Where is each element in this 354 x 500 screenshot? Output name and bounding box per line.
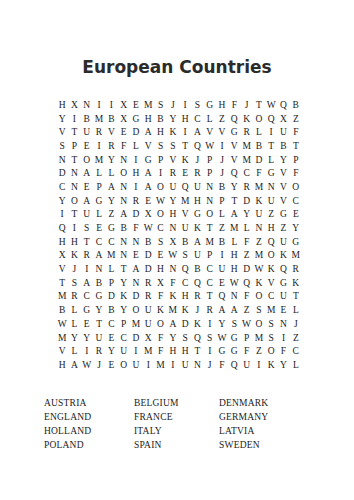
grid-cell[interactable]: E [277, 303, 289, 317]
grid-cell[interactable]: Y [290, 221, 302, 235]
grid-cell[interactable]: B [179, 235, 191, 249]
grid-cell[interactable]: Z [240, 249, 252, 263]
grid-cell[interactable]: Q [216, 290, 228, 304]
grid-cell[interactable]: C [81, 290, 93, 304]
grid-cell[interactable]: U [81, 208, 93, 222]
grid-cell[interactable]: A [216, 303, 228, 317]
grid-cell[interactable]: I [81, 262, 93, 276]
grid-cell[interactable]: Q [228, 166, 240, 180]
grid-cell[interactable]: L [93, 208, 105, 222]
grid-cell[interactable]: I [130, 153, 142, 167]
grid-cell[interactable]: D [253, 153, 265, 167]
grid-cell[interactable]: N [130, 276, 142, 290]
grid-cell[interactable]: A [191, 235, 203, 249]
grid-cell[interactable]: D [130, 331, 142, 345]
grid-cell[interactable]: A [228, 303, 240, 317]
grid-cell[interactable]: N [117, 153, 129, 167]
grid-cell[interactable]: T [204, 221, 216, 235]
grid-cell[interactable]: K [179, 303, 191, 317]
grid-cell[interactable]: K [167, 125, 179, 139]
grid-cell[interactable]: I [167, 358, 179, 372]
grid-cell[interactable]: C [290, 194, 302, 208]
grid-cell[interactable]: G [130, 112, 142, 126]
grid-cell[interactable]: K [154, 303, 166, 317]
grid-cell[interactable]: L [105, 262, 117, 276]
grid-cell[interactable]: U [277, 125, 289, 139]
grid-cell[interactable]: H [68, 235, 80, 249]
grid-cell[interactable]: I [253, 358, 265, 372]
grid-cell[interactable]: U [277, 290, 289, 304]
grid-cell[interactable]: P [216, 194, 228, 208]
grid-cell[interactable]: M [253, 180, 265, 194]
grid-cell[interactable]: M [179, 194, 191, 208]
grid-cell[interactable]: A [167, 317, 179, 331]
grid-cell[interactable]: S [265, 331, 277, 345]
grid-cell[interactable]: V [228, 153, 240, 167]
grid-cell[interactable]: Y [56, 194, 68, 208]
grid-cell[interactable]: B [277, 139, 289, 153]
grid-cell[interactable]: M [240, 139, 252, 153]
grid-cell[interactable]: P [117, 317, 129, 331]
grid-cell[interactable]: T [56, 276, 68, 290]
grid-cell[interactable]: K [240, 112, 252, 126]
grid-cell[interactable]: W [240, 317, 252, 331]
grid-cell[interactable]: G [105, 221, 117, 235]
grid-cell[interactable]: I [142, 358, 154, 372]
grid-cell[interactable]: T [179, 139, 191, 153]
grid-cell[interactable]: C [105, 235, 117, 249]
grid-cell[interactable]: F [154, 290, 166, 304]
grid-cell[interactable]: L [265, 153, 277, 167]
grid-cell[interactable]: W [142, 221, 154, 235]
grid-cell[interactable]: E [179, 166, 191, 180]
grid-cell[interactable]: L [228, 235, 240, 249]
grid-cell[interactable]: A [93, 249, 105, 263]
grid-cell[interactable]: H [167, 208, 179, 222]
grid-cell[interactable]: X [277, 112, 289, 126]
grid-cell[interactable]: O [154, 317, 166, 331]
grid-cell[interactable]: H [56, 98, 68, 112]
grid-cell[interactable]: Y [68, 331, 80, 345]
grid-cell[interactable]: O [253, 290, 265, 304]
grid-cell[interactable]: C [56, 180, 68, 194]
grid-cell[interactable]: R [142, 276, 154, 290]
grid-cell[interactable]: J [68, 262, 80, 276]
grid-cell[interactable]: Z [240, 303, 252, 317]
grid-cell[interactable]: Z [265, 208, 277, 222]
grid-cell[interactable]: I [68, 221, 80, 235]
grid-cell[interactable]: F [290, 166, 302, 180]
grid-cell[interactable]: I [154, 166, 166, 180]
grid-cell[interactable]: A [130, 262, 142, 276]
grid-cell[interactable]: K [290, 276, 302, 290]
grid-cell[interactable]: N [117, 249, 129, 263]
grid-cell[interactable]: D [240, 194, 252, 208]
grid-cell[interactable]: S [228, 317, 240, 331]
grid-cell[interactable]: K [277, 249, 289, 263]
grid-cell[interactable]: R [81, 249, 93, 263]
grid-cell[interactable]: S [68, 276, 80, 290]
grid-cell[interactable]: F [253, 166, 265, 180]
grid-cell[interactable]: D [105, 290, 117, 304]
grid-cell[interactable]: L [240, 221, 252, 235]
grid-cell[interactable]: R [191, 290, 203, 304]
grid-cell[interactable]: S [56, 139, 68, 153]
grid-cell[interactable]: I [216, 139, 228, 153]
grid-cell[interactable]: K [191, 317, 203, 331]
grid-cell[interactable]: R [93, 125, 105, 139]
grid-cell[interactable]: Q [179, 180, 191, 194]
grid-cell[interactable]: D [56, 166, 68, 180]
grid-cell[interactable]: G [204, 98, 216, 112]
grid-cell[interactable]: A [81, 276, 93, 290]
grid-cell[interactable]: E [154, 249, 166, 263]
grid-cell[interactable]: W [154, 194, 166, 208]
grid-cell[interactable]: I [216, 249, 228, 263]
grid-cell[interactable]: X [142, 331, 154, 345]
grid-cell[interactable]: Z [216, 112, 228, 126]
grid-cell[interactable]: U [179, 221, 191, 235]
grid-cell[interactable]: A [228, 208, 240, 222]
grid-cell[interactable]: W [167, 249, 179, 263]
grid-cell[interactable]: J [93, 358, 105, 372]
grid-cell[interactable]: N [81, 98, 93, 112]
grid-cell[interactable]: C [265, 290, 277, 304]
grid-cell[interactable]: Z [290, 331, 302, 345]
grid-cell[interactable]: P [105, 276, 117, 290]
grid-cell[interactable]: B [117, 221, 129, 235]
grid-cell[interactable]: S [154, 235, 166, 249]
grid-cell[interactable]: U [117, 344, 129, 358]
grid-cell[interactable]: H [228, 262, 240, 276]
grid-cell[interactable]: G [277, 276, 289, 290]
grid-cell[interactable]: F [154, 331, 166, 345]
grid-cell[interactable]: O [265, 249, 277, 263]
grid-cell[interactable]: L [290, 358, 302, 372]
grid-cell[interactable]: I [204, 344, 216, 358]
grid-cell[interactable]: Y [117, 303, 129, 317]
grid-cell[interactable]: L [68, 303, 80, 317]
grid-cell[interactable]: G [93, 290, 105, 304]
grid-cell[interactable]: F [240, 344, 252, 358]
grid-cell[interactable]: L [130, 139, 142, 153]
grid-cell[interactable]: Y [93, 303, 105, 317]
grid-cell[interactable]: W [81, 358, 93, 372]
grid-cell[interactable]: O [253, 317, 265, 331]
grid-cell[interactable]: V [204, 125, 216, 139]
grid-cell[interactable]: M [253, 249, 265, 263]
grid-cell[interactable]: V [265, 276, 277, 290]
grid-cell[interactable]: C [179, 276, 191, 290]
grid-cell[interactable]: C [105, 317, 117, 331]
grid-cell[interactable]: E [216, 276, 228, 290]
grid-cell[interactable]: N [68, 180, 80, 194]
grid-cell[interactable]: C [117, 331, 129, 345]
grid-cell[interactable]: I [265, 125, 277, 139]
grid-cell[interactable]: W [56, 317, 68, 331]
grid-cell[interactable]: Q [191, 139, 203, 153]
grid-cell[interactable]: E [290, 208, 302, 222]
grid-cell[interactable]: B [105, 112, 117, 126]
grid-cell[interactable]: M [253, 331, 265, 345]
grid-cell[interactable]: P [93, 180, 105, 194]
grid-cell[interactable]: L [290, 303, 302, 317]
grid-cell[interactable]: H [130, 166, 142, 180]
grid-cell[interactable]: Y [81, 331, 93, 345]
grid-cell[interactable]: Q [228, 112, 240, 126]
grid-cell[interactable]: T [117, 262, 129, 276]
grid-cell[interactable]: A [142, 166, 154, 180]
grid-cell[interactable]: Y [105, 344, 117, 358]
grid-cell[interactable]: H [142, 112, 154, 126]
grid-cell[interactable]: O [253, 112, 265, 126]
grid-cell[interactable]: G [81, 303, 93, 317]
grid-cell[interactable]: B [290, 98, 302, 112]
grid-cell[interactable]: Z [290, 112, 302, 126]
grid-cell[interactable]: E [130, 98, 142, 112]
grid-cell[interactable]: G [216, 344, 228, 358]
grid-cell[interactable]: J [290, 317, 302, 331]
grid-cell[interactable]: N [68, 166, 80, 180]
grid-cell[interactable]: N [117, 235, 129, 249]
grid-cell[interactable]: I [130, 180, 142, 194]
grid-cell[interactable]: A [117, 208, 129, 222]
grid-cell[interactable]: J [191, 303, 203, 317]
grid-cell[interactable]: B [93, 276, 105, 290]
grid-cell[interactable]: I [179, 125, 191, 139]
grid-cell[interactable]: V [216, 125, 228, 139]
grid-cell[interactable]: V [277, 180, 289, 194]
grid-cell[interactable]: T [81, 235, 93, 249]
grid-cell[interactable]: C [204, 276, 216, 290]
grid-cell[interactable]: M [228, 221, 240, 235]
grid-cell[interactable]: G [191, 208, 203, 222]
grid-cell[interactable]: Y [277, 358, 289, 372]
grid-cell[interactable]: V [277, 166, 289, 180]
grid-cell[interactable]: D [179, 317, 191, 331]
grid-cell[interactable]: C [154, 221, 166, 235]
grid-cell[interactable]: A [68, 358, 80, 372]
grid-cell[interactable]: U [277, 235, 289, 249]
grid-cell[interactable]: Z [277, 221, 289, 235]
grid-cell[interactable]: T [290, 290, 302, 304]
grid-cell[interactable]: O [117, 166, 129, 180]
grid-cell[interactable]: U [240, 358, 252, 372]
grid-cell[interactable]: O [154, 208, 166, 222]
grid-cell[interactable]: H [179, 112, 191, 126]
grid-cell[interactable]: M [204, 235, 216, 249]
grid-cell[interactable]: H [179, 290, 191, 304]
grid-cell[interactable]: S [204, 331, 216, 345]
grid-cell[interactable]: Z [216, 221, 228, 235]
grid-cell[interactable]: N [167, 262, 179, 276]
grid-cell[interactable]: O [130, 303, 142, 317]
grid-cell[interactable]: T [253, 98, 265, 112]
grid-cell[interactable]: P [240, 331, 252, 345]
grid-cell[interactable]: G [93, 194, 105, 208]
grid-cell[interactable]: Y [167, 112, 179, 126]
grid-cell[interactable]: L [216, 208, 228, 222]
grid-cell[interactable]: E [81, 317, 93, 331]
grid-cell[interactable]: I [130, 344, 142, 358]
grid-cell[interactable]: F [240, 290, 252, 304]
grid-cell[interactable]: H [167, 344, 179, 358]
grid-cell[interactable]: M [240, 153, 252, 167]
grid-cell[interactable]: F [277, 344, 289, 358]
grid-cell[interactable]: T [68, 125, 80, 139]
grid-cell[interactable]: N [167, 221, 179, 235]
grid-cell[interactable]: A [81, 194, 93, 208]
grid-cell[interactable]: O [290, 180, 302, 194]
grid-cell[interactable]: M [154, 358, 166, 372]
grid-cell[interactable]: P [290, 153, 302, 167]
grid-cell[interactable]: R [167, 166, 179, 180]
grid-cell[interactable]: R [191, 166, 203, 180]
grid-cell[interactable]: B [253, 139, 265, 153]
grid-cell[interactable]: R [142, 290, 154, 304]
grid-cell[interactable]: M [56, 331, 68, 345]
grid-cell[interactable]: T [228, 194, 240, 208]
grid-cell[interactable]: G [228, 125, 240, 139]
grid-cell[interactable]: O [68, 194, 80, 208]
grid-cell[interactable]: X [68, 98, 80, 112]
grid-cell[interactable]: S [191, 98, 203, 112]
grid-cell[interactable]: V [228, 139, 240, 153]
grid-cell[interactable]: M [93, 153, 105, 167]
grid-cell[interactable]: B [81, 112, 93, 126]
grid-cell[interactable]: H [56, 235, 68, 249]
grid-cell[interactable]: S [253, 303, 265, 317]
grid-cell[interactable]: L [93, 166, 105, 180]
grid-cell[interactable]: C [204, 262, 216, 276]
grid-cell[interactable]: U [179, 358, 191, 372]
grid-cell[interactable]: A [81, 166, 93, 180]
grid-cell[interactable]: M [142, 344, 154, 358]
grid-cell[interactable]: K [117, 290, 129, 304]
grid-cell[interactable]: S [154, 98, 166, 112]
grid-cell[interactable]: V [105, 125, 117, 139]
grid-cell[interactable]: R [130, 194, 142, 208]
grid-cell[interactable]: H [56, 358, 68, 372]
grid-cell[interactable]: Y [167, 194, 179, 208]
grid-cell[interactable]: H [154, 125, 166, 139]
grid-cell[interactable]: W [253, 262, 265, 276]
grid-cell[interactable]: N [130, 235, 142, 249]
grid-cell[interactable]: T [265, 139, 277, 153]
grid-cell[interactable]: V [56, 262, 68, 276]
grid-cell[interactable]: J [216, 153, 228, 167]
grid-cell[interactable]: Y [105, 194, 117, 208]
grid-cell[interactable]: K [167, 290, 179, 304]
grid-cell[interactable]: R [240, 180, 252, 194]
grid-cell[interactable]: U [142, 317, 154, 331]
grid-cell[interactable]: N [93, 262, 105, 276]
grid-cell[interactable]: P [204, 249, 216, 263]
grid-cell[interactable]: T [93, 317, 105, 331]
grid-cell[interactable]: C [93, 235, 105, 249]
grid-cell[interactable]: O [204, 208, 216, 222]
grid-cell[interactable]: B [191, 262, 203, 276]
grid-cell[interactable]: P [154, 153, 166, 167]
grid-cell[interactable]: F [154, 344, 166, 358]
grid-cell[interactable]: V [56, 344, 68, 358]
grid-cell[interactable]: F [117, 139, 129, 153]
grid-cell[interactable]: D [130, 208, 142, 222]
grid-cell[interactable]: M [56, 290, 68, 304]
grid-cell[interactable]: Z [253, 235, 265, 249]
grid-cell[interactable]: F [167, 276, 179, 290]
grid-cell[interactable]: Y [117, 276, 129, 290]
grid-cell[interactable]: W [265, 98, 277, 112]
grid-cell[interactable]: W [228, 276, 240, 290]
grid-cell[interactable]: Q [265, 112, 277, 126]
grid-cell[interactable]: U [81, 125, 93, 139]
grid-cell[interactable]: E [81, 139, 93, 153]
grid-cell[interactable]: J [204, 358, 216, 372]
grid-cell[interactable]: U [253, 208, 265, 222]
grid-cell[interactable]: V [277, 194, 289, 208]
grid-cell[interactable]: C [240, 166, 252, 180]
grid-cell[interactable]: L [68, 317, 80, 331]
grid-cell[interactable]: Y [277, 153, 289, 167]
grid-cell[interactable]: R [68, 290, 80, 304]
grid-cell[interactable]: N [56, 153, 68, 167]
grid-cell[interactable]: F [240, 235, 252, 249]
grid-cell[interactable]: A [191, 125, 203, 139]
grid-cell[interactable]: K [68, 249, 80, 263]
grid-cell[interactable]: A [142, 125, 154, 139]
grid-cell[interactable]: G [265, 166, 277, 180]
grid-cell[interactable]: N [117, 180, 129, 194]
grid-cell[interactable]: D [130, 290, 142, 304]
grid-cell[interactable]: W [216, 331, 228, 345]
grid-cell[interactable]: H [228, 249, 240, 263]
grid-cell[interactable]: I [204, 317, 216, 331]
grid-cell[interactable]: U [191, 180, 203, 194]
grid-cell[interactable]: H [179, 344, 191, 358]
grid-cell[interactable]: N [204, 180, 216, 194]
grid-cell[interactable]: F [130, 221, 142, 235]
grid-cell[interactable]: Y [56, 112, 68, 126]
grid-cell[interactable]: M [265, 303, 277, 317]
grid-cell[interactable]: O [117, 358, 129, 372]
grid-cell[interactable]: T [191, 344, 203, 358]
grid-cell[interactable]: K [265, 358, 277, 372]
grid-cell[interactable]: B [56, 303, 68, 317]
grid-cell[interactable]: N [117, 194, 129, 208]
grid-cell[interactable]: I [179, 98, 191, 112]
grid-cell[interactable]: V [142, 139, 154, 153]
grid-cell[interactable]: O [265, 344, 277, 358]
grid-cell[interactable]: K [265, 262, 277, 276]
grid-cell[interactable]: I [277, 331, 289, 345]
grid-cell[interactable]: H [216, 98, 228, 112]
grid-cell[interactable]: T [68, 208, 80, 222]
grid-cell[interactable]: R [204, 303, 216, 317]
grid-cell[interactable]: X [154, 276, 166, 290]
grid-cell[interactable]: R [240, 125, 252, 139]
grid-cell[interactable]: Y [167, 331, 179, 345]
grid-cell[interactable]: N [191, 358, 203, 372]
grid-cell[interactable]: H [191, 194, 203, 208]
grid-cell[interactable]: Q [56, 221, 68, 235]
grid-cell[interactable]: I [93, 139, 105, 153]
grid-cell[interactable]: D [240, 262, 252, 276]
grid-cell[interactable]: N [265, 180, 277, 194]
grid-cell[interactable]: L [204, 112, 216, 126]
grid-cell[interactable]: N [204, 194, 216, 208]
grid-cell[interactable]: E [93, 221, 105, 235]
